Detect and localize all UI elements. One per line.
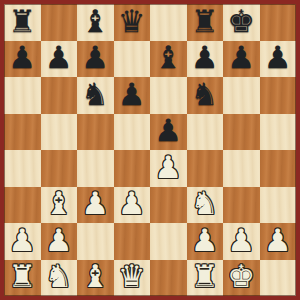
- square-f1[interactable]: ♜: [187, 260, 224, 297]
- square-d8[interactable]: ♛: [114, 4, 151, 41]
- piece-black-pawn-h7: ♟: [264, 42, 292, 73]
- square-g4[interactable]: [223, 150, 260, 187]
- square-e1[interactable]: [150, 260, 187, 297]
- piece-white-knight-b1: ♞: [45, 261, 73, 292]
- square-c6[interactable]: ♞: [77, 77, 114, 114]
- piece-black-bishop-c8: ♝: [81, 6, 109, 37]
- piece-white-pawn-f2: ♟: [191, 225, 219, 256]
- square-h8[interactable]: [260, 4, 297, 41]
- square-g8[interactable]: ♚: [223, 4, 260, 41]
- piece-white-pawn-h2: ♟: [264, 225, 292, 256]
- piece-black-rook-f8: ♜: [191, 6, 219, 37]
- square-d3[interactable]: ♟: [114, 187, 151, 224]
- square-h5[interactable]: [260, 114, 297, 151]
- piece-black-knight-f6: ♞: [191, 79, 219, 110]
- square-g2[interactable]: ♟: [223, 223, 260, 260]
- square-d6[interactable]: ♟: [114, 77, 151, 114]
- piece-black-bishop-e7: ♝: [154, 42, 182, 73]
- square-c5[interactable]: [77, 114, 114, 151]
- piece-black-knight-c6: ♞: [81, 79, 109, 110]
- piece-white-bishop-c1: ♝: [81, 261, 109, 292]
- piece-white-pawn-a2: ♟: [8, 225, 36, 256]
- square-h4[interactable]: [260, 150, 297, 187]
- piece-white-knight-f3: ♞: [191, 188, 219, 219]
- square-c8[interactable]: ♝: [77, 4, 114, 41]
- piece-black-pawn-a7: ♟: [8, 42, 36, 73]
- piece-white-pawn-b2: ♟: [45, 225, 73, 256]
- square-e2[interactable]: [150, 223, 187, 260]
- square-h3[interactable]: [260, 187, 297, 224]
- piece-white-pawn-d3: ♟: [118, 188, 146, 219]
- piece-black-pawn-b7: ♟: [45, 42, 73, 73]
- square-e3[interactable]: [150, 187, 187, 224]
- piece-black-pawn-f7: ♟: [191, 42, 219, 73]
- square-e4[interactable]: ♟: [150, 150, 187, 187]
- square-e8[interactable]: [150, 4, 187, 41]
- square-c4[interactable]: [77, 150, 114, 187]
- square-c7[interactable]: ♟: [77, 41, 114, 78]
- square-b5[interactable]: [41, 114, 78, 151]
- square-c1[interactable]: ♝: [77, 260, 114, 297]
- piece-white-bishop-b3: ♝: [45, 188, 73, 219]
- board-frame: ♜♝♛♜♚♟♟♟♝♟♟♟♞♟♞♟♟♝♟♟♞♟♟♟♟♟♜♞♝♛♜♚: [0, 0, 300, 300]
- square-g3[interactable]: [223, 187, 260, 224]
- piece-white-rook-f1: ♜: [191, 261, 219, 292]
- square-a2[interactable]: ♟: [4, 223, 41, 260]
- square-g7[interactable]: ♟: [223, 41, 260, 78]
- piece-black-king-g8: ♚: [227, 6, 255, 37]
- square-g1[interactable]: ♚: [223, 260, 260, 297]
- square-b2[interactable]: ♟: [41, 223, 78, 260]
- square-a1[interactable]: ♜: [4, 260, 41, 297]
- square-d5[interactable]: [114, 114, 151, 151]
- square-a8[interactable]: ♜: [4, 4, 41, 41]
- piece-black-pawn-c7: ♟: [81, 42, 109, 73]
- square-f3[interactable]: ♞: [187, 187, 224, 224]
- square-b4[interactable]: [41, 150, 78, 187]
- piece-black-pawn-g7: ♟: [227, 42, 255, 73]
- square-g6[interactable]: [223, 77, 260, 114]
- piece-white-pawn-c3: ♟: [81, 188, 109, 219]
- square-b3[interactable]: ♝: [41, 187, 78, 224]
- square-e6[interactable]: [150, 77, 187, 114]
- square-a5[interactable]: [4, 114, 41, 151]
- square-d4[interactable]: [114, 150, 151, 187]
- square-c2[interactable]: [77, 223, 114, 260]
- piece-black-queen-d8: ♛: [118, 6, 146, 37]
- square-b6[interactable]: [41, 77, 78, 114]
- square-d7[interactable]: [114, 41, 151, 78]
- square-f8[interactable]: ♜: [187, 4, 224, 41]
- square-h1[interactable]: [260, 260, 297, 297]
- square-b8[interactable]: [41, 4, 78, 41]
- square-h2[interactable]: ♟: [260, 223, 297, 260]
- square-f7[interactable]: ♟: [187, 41, 224, 78]
- square-e5[interactable]: ♟: [150, 114, 187, 151]
- square-a6[interactable]: [4, 77, 41, 114]
- square-h7[interactable]: ♟: [260, 41, 297, 78]
- square-e7[interactable]: ♝: [150, 41, 187, 78]
- square-g5[interactable]: [223, 114, 260, 151]
- piece-white-pawn-e4: ♟: [154, 152, 182, 183]
- square-a4[interactable]: [4, 150, 41, 187]
- square-d2[interactable]: [114, 223, 151, 260]
- square-a7[interactable]: ♟: [4, 41, 41, 78]
- piece-black-pawn-d6: ♟: [118, 79, 146, 110]
- square-f4[interactable]: [187, 150, 224, 187]
- piece-black-pawn-e5: ♟: [154, 115, 182, 146]
- square-f5[interactable]: [187, 114, 224, 151]
- square-f2[interactable]: ♟: [187, 223, 224, 260]
- piece-white-king-g1: ♚: [227, 261, 255, 292]
- piece-white-pawn-g2: ♟: [227, 225, 255, 256]
- chess-board: ♜♝♛♜♚♟♟♟♝♟♟♟♞♟♞♟♟♝♟♟♞♟♟♟♟♟♜♞♝♛♜♚: [4, 4, 296, 296]
- square-b7[interactable]: ♟: [41, 41, 78, 78]
- square-c3[interactable]: ♟: [77, 187, 114, 224]
- square-a3[interactable]: [4, 187, 41, 224]
- square-b1[interactable]: ♞: [41, 260, 78, 297]
- square-f6[interactable]: ♞: [187, 77, 224, 114]
- square-d1[interactable]: ♛: [114, 260, 151, 297]
- square-h6[interactable]: [260, 77, 297, 114]
- piece-white-rook-a1: ♜: [8, 261, 36, 292]
- piece-black-rook-a8: ♜: [8, 6, 36, 37]
- piece-white-queen-d1: ♛: [118, 261, 146, 292]
